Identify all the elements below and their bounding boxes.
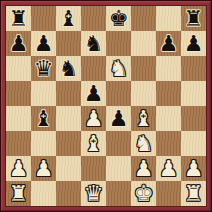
square-d4[interactable]: ♟: [81, 106, 106, 131]
square-h8[interactable]: ♜: [181, 6, 206, 31]
square-g8[interactable]: [156, 6, 181, 31]
square-a4[interactable]: [6, 106, 31, 131]
white-king[interactable]: ♚: [131, 181, 156, 206]
square-h5[interactable]: [181, 81, 206, 106]
white-queen[interactable]: ♛: [81, 181, 106, 206]
square-d3[interactable]: ♝: [81, 131, 106, 156]
square-c3[interactable]: [56, 131, 81, 156]
white-rook[interactable]: ♜: [6, 181, 31, 206]
square-g7[interactable]: ♟: [156, 31, 181, 56]
white-pawn[interactable]: ♟: [81, 106, 106, 131]
square-c2[interactable]: [56, 156, 81, 181]
square-a2[interactable]: ♟: [6, 156, 31, 181]
square-c8[interactable]: ♝: [56, 6, 81, 31]
square-f6[interactable]: [131, 56, 156, 81]
square-e1[interactable]: [106, 181, 131, 206]
square-b4[interactable]: ♝: [31, 106, 56, 131]
black-pawn[interactable]: ♟: [106, 106, 131, 131]
black-pawn[interactable]: ♟: [181, 31, 206, 56]
square-b1[interactable]: [31, 181, 56, 206]
white-bishop[interactable]: ♝: [131, 106, 156, 131]
black-rook[interactable]: ♜: [181, 6, 206, 31]
square-c6[interactable]: ♞: [56, 56, 81, 81]
square-a6[interactable]: [6, 56, 31, 81]
black-bishop[interactable]: ♝: [31, 106, 56, 131]
square-f8[interactable]: [131, 6, 156, 31]
white-pawn[interactable]: ♟: [181, 156, 206, 181]
square-d1[interactable]: ♛: [81, 181, 106, 206]
square-e3[interactable]: [106, 131, 131, 156]
square-h4[interactable]: [181, 106, 206, 131]
square-e5[interactable]: [106, 81, 131, 106]
square-e7[interactable]: [106, 31, 131, 56]
square-h2[interactable]: ♟: [181, 156, 206, 181]
square-a1[interactable]: ♜: [6, 181, 31, 206]
white-knight[interactable]: ♞: [106, 56, 131, 81]
square-d2[interactable]: [81, 156, 106, 181]
black-queen[interactable]: ♛: [31, 56, 56, 81]
square-g3[interactable]: [156, 131, 181, 156]
square-e8[interactable]: ♚: [106, 6, 131, 31]
square-b3[interactable]: [31, 131, 56, 156]
square-f5[interactable]: [131, 81, 156, 106]
black-bishop[interactable]: ♝: [56, 6, 81, 31]
black-rook[interactable]: ♜: [6, 6, 31, 31]
white-rook[interactable]: ♜: [181, 181, 206, 206]
square-g1[interactable]: [156, 181, 181, 206]
black-pawn[interactable]: ♟: [31, 31, 56, 56]
square-f2[interactable]: ♟: [131, 156, 156, 181]
chess-board: ♜♝♚♜♟♟♞♟♟♛♞♞♟♝♟♟♝♝♞♟♟♟♟♟♜♛♚♜: [6, 6, 206, 206]
square-f7[interactable]: [131, 31, 156, 56]
square-d8[interactable]: [81, 6, 106, 31]
square-b2[interactable]: ♟: [31, 156, 56, 181]
square-g5[interactable]: [156, 81, 181, 106]
white-pawn[interactable]: ♟: [131, 156, 156, 181]
square-a8[interactable]: ♜: [6, 6, 31, 31]
white-pawn[interactable]: ♟: [31, 156, 56, 181]
square-h6[interactable]: [181, 56, 206, 81]
square-h3[interactable]: [181, 131, 206, 156]
black-knight[interactable]: ♞: [56, 56, 81, 81]
square-b5[interactable]: [31, 81, 56, 106]
black-king[interactable]: ♚: [106, 6, 131, 31]
white-knight[interactable]: ♞: [131, 131, 156, 156]
square-e4[interactable]: ♟: [106, 106, 131, 131]
square-c4[interactable]: [56, 106, 81, 131]
square-f3[interactable]: ♞: [131, 131, 156, 156]
black-pawn[interactable]: ♟: [156, 31, 181, 56]
square-d5[interactable]: ♟: [81, 81, 106, 106]
square-g2[interactable]: ♟: [156, 156, 181, 181]
square-a7[interactable]: ♟: [6, 31, 31, 56]
white-pawn[interactable]: ♟: [6, 156, 31, 181]
square-h7[interactable]: ♟: [181, 31, 206, 56]
square-c7[interactable]: [56, 31, 81, 56]
square-e6[interactable]: ♞: [106, 56, 131, 81]
square-e2[interactable]: [106, 156, 131, 181]
square-b7[interactable]: ♟: [31, 31, 56, 56]
square-a5[interactable]: [6, 81, 31, 106]
black-knight[interactable]: ♞: [81, 31, 106, 56]
square-b8[interactable]: [31, 6, 56, 31]
black-pawn[interactable]: ♟: [6, 31, 31, 56]
square-f4[interactable]: ♝: [131, 106, 156, 131]
board-frame: ♜♝♚♜♟♟♞♟♟♛♞♞♟♝♟♟♝♝♞♟♟♟♟♟♜♛♚♜: [0, 0, 212, 212]
square-a3[interactable]: [6, 131, 31, 156]
square-d7[interactable]: ♞: [81, 31, 106, 56]
black-pawn[interactable]: ♟: [81, 81, 106, 106]
square-c5[interactable]: [56, 81, 81, 106]
square-c1[interactable]: [56, 181, 81, 206]
white-bishop[interactable]: ♝: [81, 131, 106, 156]
square-g6[interactable]: [156, 56, 181, 81]
square-d6[interactable]: [81, 56, 106, 81]
square-f1[interactable]: ♚: [131, 181, 156, 206]
square-b6[interactable]: ♛: [31, 56, 56, 81]
white-pawn[interactable]: ♟: [156, 156, 181, 181]
square-h1[interactable]: ♜: [181, 181, 206, 206]
square-g4[interactable]: [156, 106, 181, 131]
